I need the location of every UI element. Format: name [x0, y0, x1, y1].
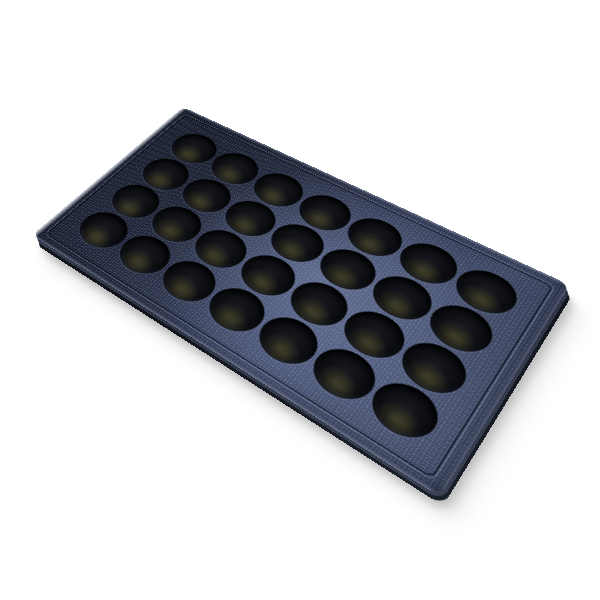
scene [0, 0, 600, 600]
